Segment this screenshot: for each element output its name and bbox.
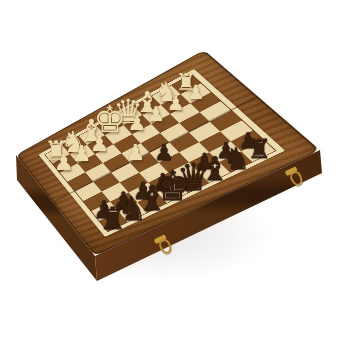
- piece-white-P-g2: ♟: [72, 142, 92, 164]
- piece-white-K-e1: ♚: [93, 102, 126, 139]
- piece-white-P-e4: ♟: [125, 141, 145, 163]
- piece-black-P-f7: ♟: [132, 180, 153, 204]
- piece-white-P-b2: ♟: [167, 93, 185, 113]
- piece-white-N-b1: ♞: [154, 79, 178, 106]
- piece-black-R-a8: ♜: [247, 136, 271, 163]
- piece-white-R-h1: ♜: [44, 139, 68, 166]
- piece-black-K-e8: ♚: [154, 166, 191, 207]
- piece-white-P-c2: ♟: [147, 103, 165, 124]
- piece-black-B-f8: ♝: [137, 181, 168, 216]
- piece-black-N-b8: ♞: [223, 144, 250, 174]
- piece-white-B-f1: ♝: [78, 117, 106, 148]
- piece-black-Q-d8: ♛: [177, 159, 211, 196]
- piece-white-P-a2: ♟: [187, 83, 205, 103]
- piece-white-Q-d1: ♛: [113, 95, 143, 128]
- piece-black-P-h7: ♟: [93, 198, 115, 222]
- piece-black-B-c8: ♝: [200, 152, 229, 185]
- piece-white-B-c1: ♝: [134, 88, 160, 117]
- chess-set-photo: ♜♞♝♛♚♝♞♜♟♟♟♟♟♟♟♟♜♞♝♛♚♝♞♜♟♟♟♟♟♟♟♟: [0, 0, 340, 340]
- piece-black-P-e7: ♟: [153, 170, 174, 193]
- piece-black-P-b7: ♟: [216, 140, 236, 162]
- piece-black-R-h8: ♜: [99, 204, 126, 234]
- piece-black-P-c7: ♟: [194, 150, 214, 172]
- piece-white-R-a1: ♜: [176, 71, 197, 95]
- piece-white-N-g1: ♞: [61, 127, 87, 156]
- piece-white-P-d2: ♟: [127, 113, 146, 134]
- piece-black-P-d5: ♟: [154, 141, 174, 163]
- piece-white-P-f2: ♟: [90, 133, 109, 155]
- piece-black-P-a7: ♟: [238, 129, 257, 151]
- piece-black-N-g8: ♞: [118, 192, 148, 225]
- piece-white-P-h2: ♟: [54, 151, 74, 174]
- piece-black-P-g7: ♟: [113, 189, 135, 213]
